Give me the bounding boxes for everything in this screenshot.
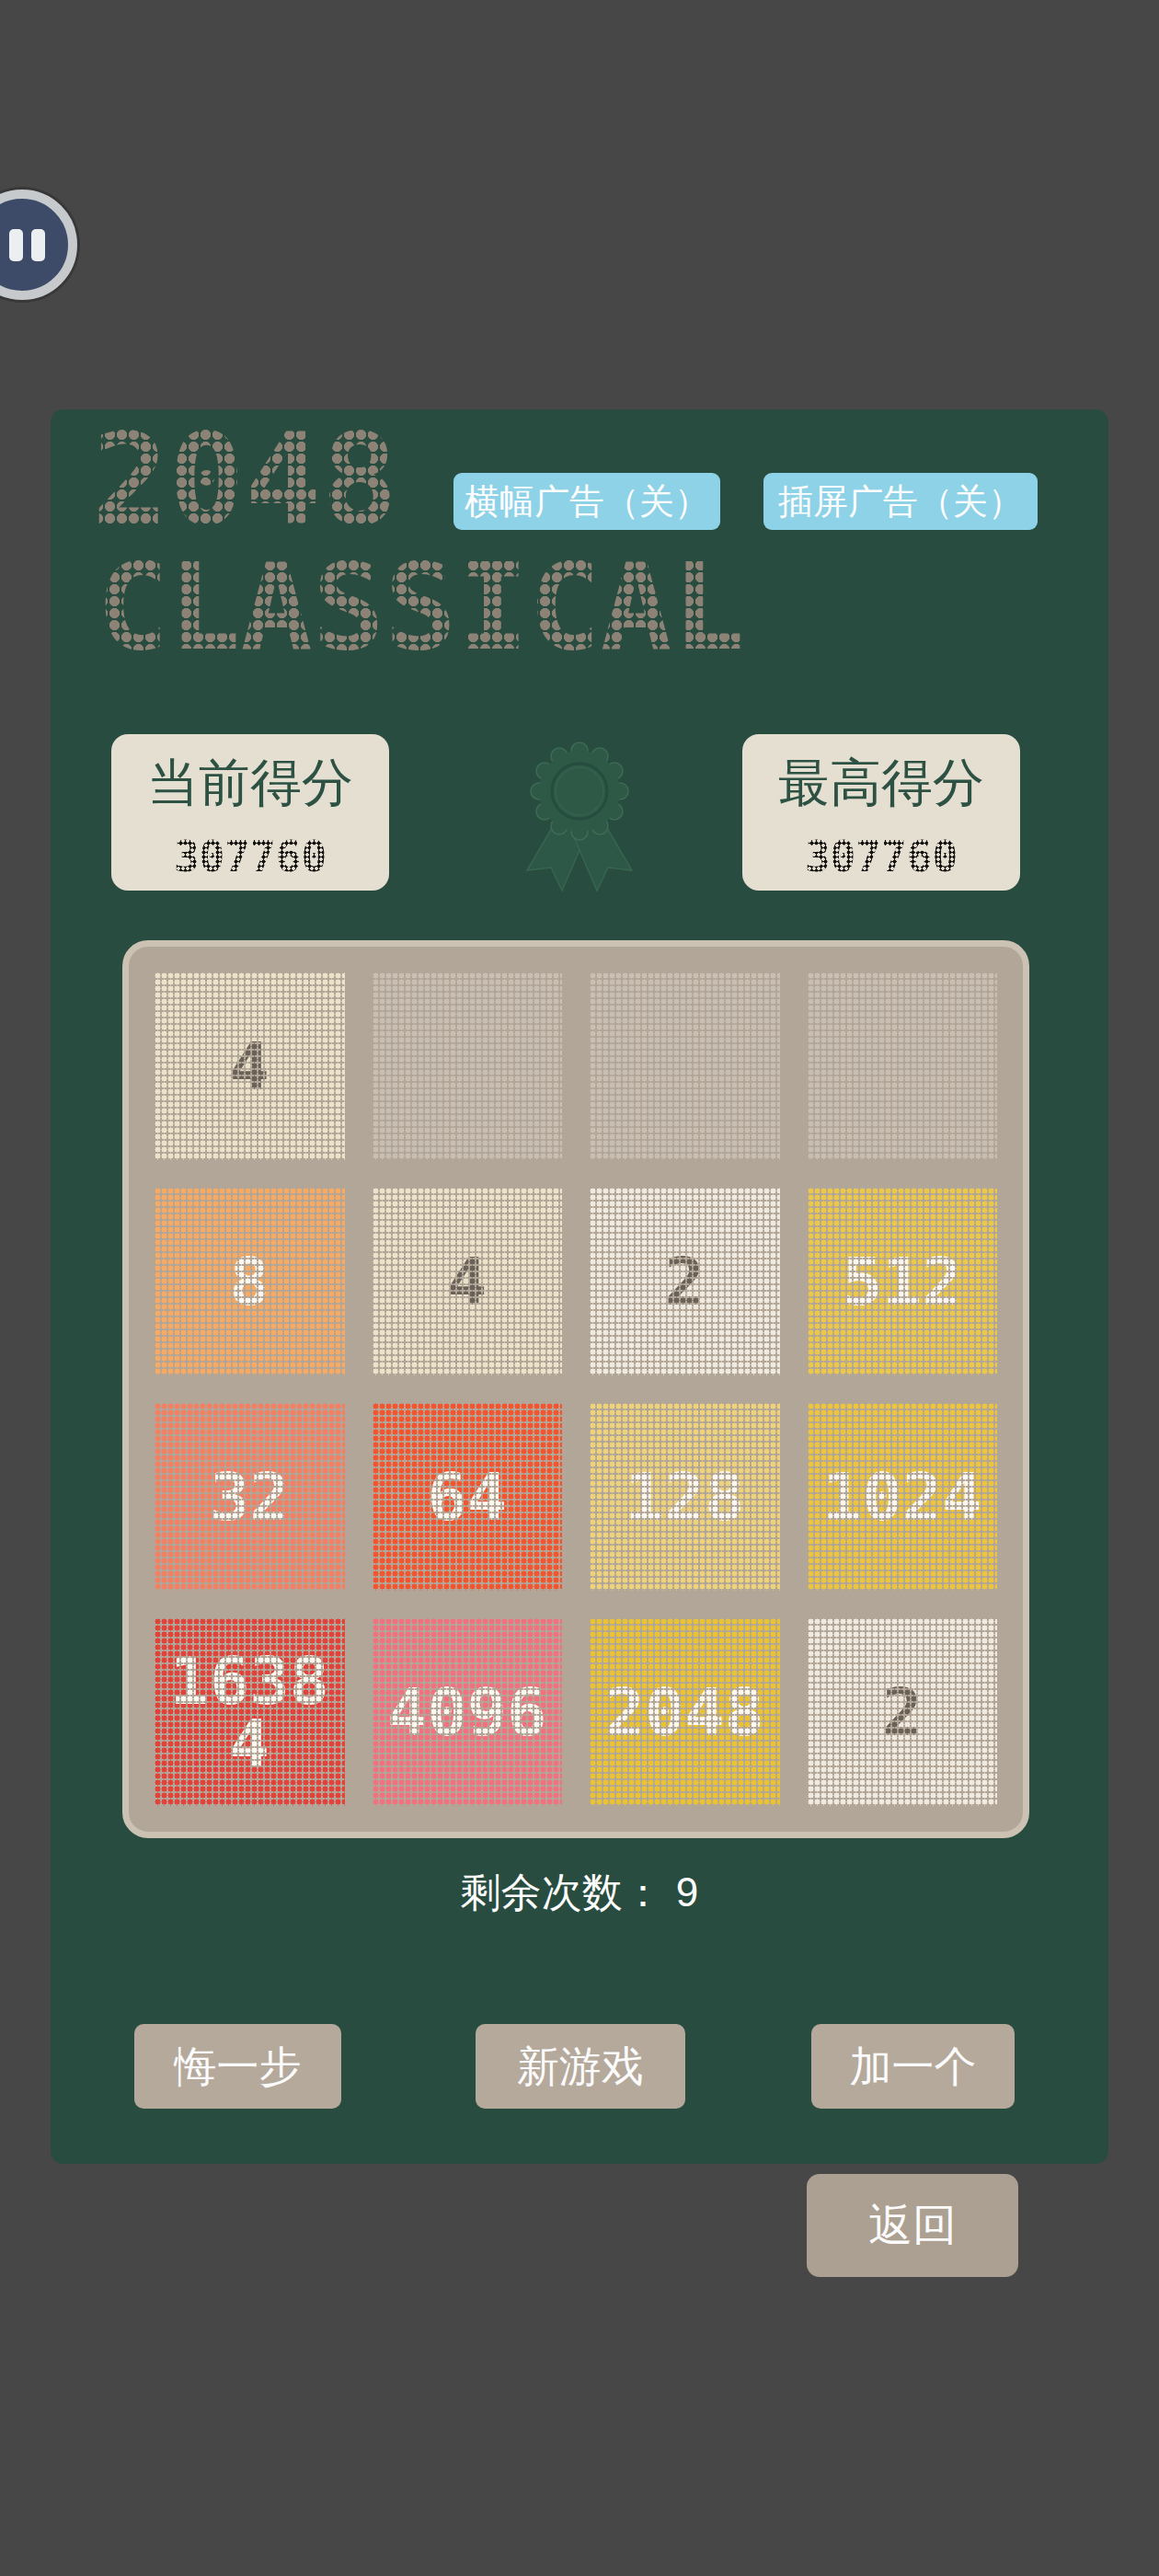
back-button[interactable]: 返回 xyxy=(807,2174,1018,2277)
tile-r1c2: 2 xyxy=(590,1188,780,1375)
banner-ad-toggle-button[interactable]: 横幅广告（关） xyxy=(453,473,720,530)
pause-icon xyxy=(9,229,45,261)
tile-r0c2 xyxy=(590,972,780,1160)
tile-r1c3: 512 xyxy=(808,1188,998,1375)
current-score-value: 307760 xyxy=(174,832,327,881)
best-score-label: 最高得分 xyxy=(778,749,984,819)
moves-remaining: 剩余次数：9 xyxy=(51,1866,1108,1920)
tile-r1c1: 4 xyxy=(373,1188,563,1375)
interstitial-ad-toggle-button[interactable]: 插屏广告（关） xyxy=(763,473,1038,530)
tile-r2c2: 128 xyxy=(590,1403,780,1591)
tile-r3c1: 4096 xyxy=(373,1618,563,1806)
best-score-box: 最高得分 307760 xyxy=(742,734,1020,891)
game-title-2048: 2048 xyxy=(92,417,397,544)
tile-r0c3 xyxy=(808,972,998,1160)
current-score-label: 当前得分 xyxy=(147,749,353,819)
tile-r2c1: 64 xyxy=(373,1403,563,1591)
tile-r2c0: 32 xyxy=(155,1403,345,1591)
tile-r3c2: 2048 xyxy=(590,1618,780,1806)
tile-r0c1 xyxy=(373,972,563,1160)
ribbon-medal-icon xyxy=(520,736,639,897)
game-title-classical: CLASSICAL xyxy=(97,547,744,667)
tile-r3c3: 2 xyxy=(808,1618,998,1806)
undo-button[interactable]: 悔一步 xyxy=(134,2024,341,2109)
tile-r0c0: 4 xyxy=(155,972,345,1160)
game-panel: 2048 横幅广告（关） 插屏广告（关） CLASSICAL 当前得分 3077… xyxy=(51,409,1108,2164)
moves-remaining-label: 剩余次数： xyxy=(461,1869,663,1915)
pause-button[interactable] xyxy=(0,190,77,300)
best-score-value: 307760 xyxy=(805,832,958,881)
tile-r2c3: 1024 xyxy=(808,1403,998,1591)
add-one-button[interactable]: 加一个 xyxy=(811,2024,1015,2109)
new-game-button[interactable]: 新游戏 xyxy=(476,2024,685,2109)
moves-remaining-value: 9 xyxy=(676,1869,698,1915)
tile-r1c0: 8 xyxy=(155,1188,345,1375)
board-grid[interactable]: 4 8 4 2 512 32 64 128 1024 16384 4096 20… xyxy=(122,940,1029,1838)
tile-r3c0: 16384 xyxy=(155,1618,345,1806)
current-score-box: 当前得分 307760 xyxy=(111,734,389,891)
screen: 2048 横幅广告（关） 插屏广告（关） CLASSICAL 当前得分 3077… xyxy=(0,0,1159,2576)
